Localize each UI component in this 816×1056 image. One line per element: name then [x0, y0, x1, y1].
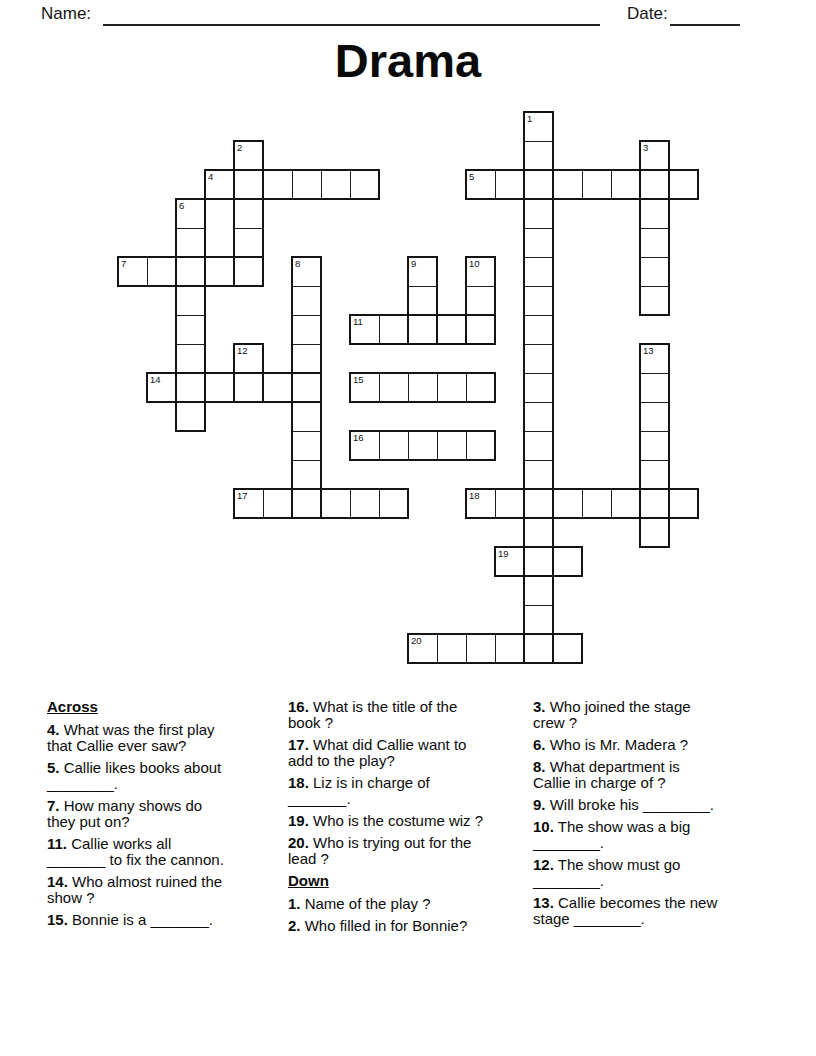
clue-6: 6. Who is Mr. Madera ?	[533, 737, 719, 753]
clue-number-1: 1	[527, 114, 532, 124]
grid-cell-r9c3[interactable]	[205, 373, 235, 403]
clue-8: 8. What department is Callie in charge o…	[533, 759, 719, 791]
clue-5: 5. Callie likes books about ________.	[47, 760, 231, 792]
clue-number-label: 15.	[47, 911, 68, 928]
grid-cell-r13c9[interactable]	[379, 489, 409, 519]
clue-1: 1. Name of the play ?	[288, 896, 488, 912]
clue-number-4: 4	[208, 172, 213, 182]
clue-13: 13. Callie becomes the new stage _______…	[533, 895, 719, 927]
grid-cell-r13c17[interactable]	[611, 489, 641, 519]
clues-column-2: 16. What is the title of the book ?17. W…	[288, 699, 488, 940]
grid-cell-r13c19[interactable]	[669, 489, 699, 519]
grid-cell-r8c14[interactable]	[524, 344, 554, 374]
grid-cell-r11c18[interactable]	[640, 431, 670, 461]
date-label: Date:	[627, 4, 668, 24]
grid-cell-r7c10[interactable]	[408, 315, 438, 345]
grid-cell-r6c6[interactable]	[292, 286, 322, 316]
clue-10: 10. The show was a big ________.	[533, 819, 719, 851]
clue-16: 16. What is the title of the book ?	[288, 699, 488, 731]
clue-number-label: 19.	[288, 812, 309, 829]
grid-cell-r7c14[interactable]	[524, 315, 554, 345]
clue-number-10: 10	[469, 259, 480, 269]
grid-cell-r9c9[interactable]	[379, 373, 409, 403]
grid-cell-r17c14[interactable]	[524, 605, 554, 635]
grid-cell-r12c18[interactable]	[640, 460, 670, 490]
clue-number-19: 19	[498, 549, 509, 559]
clue-number-label: 16.	[288, 698, 309, 715]
grid-cell-r5c18[interactable]	[640, 257, 670, 287]
grid-cell-r9c11[interactable]	[437, 373, 467, 403]
grid-cell-r16c14[interactable]	[524, 576, 554, 606]
clue-number-17: 17	[237, 491, 248, 501]
clue-number-8: 8	[295, 259, 300, 269]
grid-cell-r11c9[interactable]	[379, 431, 409, 461]
clue-number-7: 7	[121, 259, 126, 269]
clue-19: 19. Who is the costume wiz ?	[288, 813, 488, 829]
grid-cell-r2c7[interactable]	[321, 170, 351, 200]
grid-cell-r9c2[interactable]	[176, 373, 206, 403]
clue-number-9: 9	[411, 259, 416, 269]
grid-cell-r10c2[interactable]	[176, 402, 206, 432]
grid-cell-r14c14[interactable]	[524, 518, 554, 548]
grid-cell-r5c4[interactable]	[234, 257, 264, 287]
grid-cell-r13c18[interactable]	[640, 489, 670, 519]
grid-cell-r8c2[interactable]	[176, 344, 206, 374]
grid-cell-r12c14[interactable]	[524, 460, 554, 490]
grid-cell-r2c18[interactable]	[640, 170, 670, 200]
grid-cell-r4c18[interactable]	[640, 228, 670, 258]
clue-number-label: 11.	[47, 835, 67, 852]
clue-number-label: 20.	[288, 834, 309, 851]
grid-cell-r15c14[interactable]	[524, 547, 554, 577]
grid-cell-r2c4[interactable]	[234, 170, 264, 200]
grid-cell-r13c8[interactable]	[350, 489, 380, 519]
puzzle-title: Drama	[0, 33, 816, 88]
grid-cell-r18c13[interactable]	[495, 634, 525, 664]
clue-number-label: 13.	[533, 894, 554, 911]
grid-cell-r6c14[interactable]	[524, 286, 554, 316]
clue-18: 18. Liz is in charge of _______.	[288, 775, 488, 807]
clue-number-label: 7.	[47, 797, 60, 814]
grid-cell-r12c6[interactable]	[292, 460, 322, 490]
grid-cell-r13c14[interactable]	[524, 489, 554, 519]
grid-cell-r7c9[interactable]	[379, 315, 409, 345]
clue-number-label: 4.	[47, 721, 60, 738]
date-input-line[interactable]	[670, 9, 740, 26]
grid-cell-r2c6[interactable]	[292, 170, 322, 200]
grid-cell-r11c11[interactable]	[437, 431, 467, 461]
clue-number-16: 16	[353, 433, 364, 443]
clue-9: 9. Will broke his ________.	[533, 797, 719, 813]
down-heading: Down	[288, 873, 488, 889]
clue-7: 7. How many shows do they put on?	[47, 798, 231, 830]
grid-cell-r11c12[interactable]	[466, 431, 496, 461]
grid-cell-r6c18[interactable]	[640, 286, 670, 316]
grid-cell-r11c6[interactable]	[292, 431, 322, 461]
clue-14: 14. Who almost ruined the show ?	[47, 874, 231, 906]
clue-number-20: 20	[411, 636, 422, 646]
grid-cell-r2c5[interactable]	[263, 170, 293, 200]
grid-cell-r5c3[interactable]	[205, 257, 235, 287]
grid-cell-r7c11[interactable]	[437, 315, 467, 345]
grid-cell-r13c13[interactable]	[495, 489, 525, 519]
grid-cell-r11c10[interactable]	[408, 431, 438, 461]
clues-column-3: 3. Who joined the stage crew ?6. Who is …	[533, 699, 719, 933]
grid-cell-r9c10[interactable]	[408, 373, 438, 403]
grid-cell-r9c5[interactable]	[263, 373, 293, 403]
grid-cell-r7c2[interactable]	[176, 315, 206, 345]
grid-cell-r14c18[interactable]	[640, 518, 670, 548]
clue-number-label: 3.	[533, 698, 546, 715]
grid-cell-r18c15[interactable]	[553, 634, 583, 664]
grid-cell-r9c4[interactable]	[234, 373, 264, 403]
clues-column-1: Across 4. What was the first play that C…	[47, 699, 231, 934]
grid-cell-r13c15[interactable]	[553, 489, 583, 519]
grid-cell-r9c18[interactable]	[640, 373, 670, 403]
clue-number-5: 5	[469, 172, 474, 182]
grid-cell-r10c6[interactable]	[292, 402, 322, 432]
grid-cell-r13c6[interactable]	[292, 489, 322, 519]
grid-cell-r3c4[interactable]	[234, 199, 264, 229]
clue-number-6: 6	[179, 201, 184, 211]
grid-cell-r6c2[interactable]	[176, 286, 206, 316]
grid-cell-r15c15[interactable]	[553, 547, 583, 577]
grid-cell-r3c14[interactable]	[524, 199, 554, 229]
grid-cell-r2c19[interactable]	[669, 170, 699, 200]
name-label: Name:	[41, 4, 91, 24]
grid-cell-r2c16[interactable]	[582, 170, 612, 200]
grid-cell-r9c14[interactable]	[524, 373, 554, 403]
grid-cell-r5c2[interactable]	[176, 257, 206, 287]
grid-cell-r2c8[interactable]	[350, 170, 380, 200]
clue-number-label: 5.	[47, 759, 60, 776]
clue-number-18: 18	[469, 491, 480, 501]
clue-number-label: 18.	[288, 774, 309, 791]
grid-cell-r13c5[interactable]	[263, 489, 293, 519]
grid-cell-r4c2[interactable]	[176, 228, 206, 258]
clue-20: 20. Who is trying out for the lead ?	[288, 835, 488, 867]
grid-cell-r9c12[interactable]	[466, 373, 496, 403]
clue-15: 15. Bonnie is a _______.	[47, 912, 231, 928]
grid-cell-r6c12[interactable]	[466, 286, 496, 316]
clue-number-label: 6.	[533, 736, 546, 753]
grid-cell-r18c11[interactable]	[437, 634, 467, 664]
clue-number-15: 15	[353, 375, 364, 385]
worksheet-page: Name: Date: Drama 1234567891011121314151…	[0, 0, 816, 1056]
grid-cell-r6c10[interactable]	[408, 286, 438, 316]
grid-cell-r18c14[interactable]	[524, 634, 554, 664]
clue-number-label: 12.	[533, 856, 554, 873]
grid-cell-r1c14[interactable]	[524, 141, 554, 171]
clue-12: 12. The show must go ________.	[533, 857, 719, 889]
clue-17: 17. What did Callie want to add to the p…	[288, 737, 488, 769]
grid-cell-r4c14[interactable]	[524, 228, 554, 258]
clue-number-2: 2	[237, 143, 242, 153]
grid-cell-r8c6[interactable]	[292, 344, 322, 374]
grid-cell-r11c14[interactable]	[524, 431, 554, 461]
clue-number-14: 14	[150, 375, 161, 385]
grid-cell-r13c7[interactable]	[321, 489, 351, 519]
crossword-grid: 1234567891011121314151617181920	[118, 112, 700, 665]
clue-number-label: 10.	[533, 818, 554, 835]
clue-4: 4. What was the first play that Callie e…	[47, 722, 231, 754]
clue-11: 11. Callie works all _______ to fix the …	[47, 836, 231, 868]
grid-cell-r10c18[interactable]	[640, 402, 670, 432]
clue-number-label: 8.	[533, 758, 546, 775]
grid-cell-r2c13[interactable]	[495, 170, 525, 200]
clue-number-label: 17.	[288, 736, 309, 753]
grid-cell-r2c14[interactable]	[524, 170, 554, 200]
clue-number-label: 14.	[47, 873, 68, 890]
grid-cell-r4c4[interactable]	[234, 228, 264, 258]
grid-cell-r2c15[interactable]	[553, 170, 583, 200]
grid-cell-r13c16[interactable]	[582, 489, 612, 519]
clue-2: 2. Who filled in for Bonnie?	[288, 918, 488, 934]
grid-cell-r3c18[interactable]	[640, 199, 670, 229]
clue-number-12: 12	[237, 346, 248, 356]
grid-cell-r18c12[interactable]	[466, 634, 496, 664]
grid-cell-r5c14[interactable]	[524, 257, 554, 287]
grid-cell-r10c14[interactable]	[524, 402, 554, 432]
clue-number-label: 1.	[288, 895, 301, 912]
grid-cell-r2c17[interactable]	[611, 170, 641, 200]
grid-cell-r7c6[interactable]	[292, 315, 322, 345]
clue-number-11: 11	[353, 317, 363, 327]
clue-number-label: 2.	[288, 917, 301, 934]
clue-number-label: 9.	[533, 796, 546, 813]
grid-cell-r7c12[interactable]	[466, 315, 496, 345]
clue-number-3: 3	[643, 143, 648, 153]
clue-number-13: 13	[643, 346, 654, 356]
across-heading: Across	[47, 699, 231, 715]
grid-cell-r9c6[interactable]	[292, 373, 322, 403]
clue-3: 3. Who joined the stage crew ?	[533, 699, 719, 731]
name-input-line[interactable]	[103, 9, 600, 26]
grid-cell-r5c1[interactable]	[147, 257, 177, 287]
